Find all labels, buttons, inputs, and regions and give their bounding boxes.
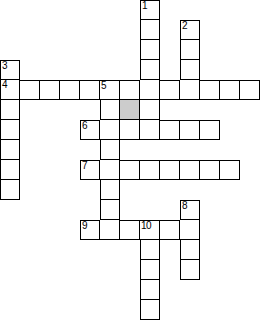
clue-number: 7: [82, 161, 87, 171]
clue-number: 2: [182, 21, 187, 31]
grid-cell[interactable]: 9: [80, 220, 100, 240]
grid-cell[interactable]: [80, 80, 100, 100]
grid-cell[interactable]: [160, 220, 180, 240]
grid-cell[interactable]: [60, 80, 80, 100]
clue-number: 6: [82, 121, 87, 131]
grid-cell[interactable]: [120, 160, 140, 180]
grid-cell[interactable]: 3: [0, 60, 20, 80]
grid-cell[interactable]: [180, 40, 200, 60]
clue-number: 9: [82, 221, 87, 231]
clue-number: 3: [2, 61, 7, 71]
grid-cell[interactable]: [0, 180, 20, 200]
grid-cell[interactable]: [220, 160, 240, 180]
grid-cell[interactable]: [180, 260, 200, 280]
grid-cell[interactable]: [140, 300, 160, 320]
grid-cell[interactable]: [140, 260, 160, 280]
grid-cell[interactable]: [200, 80, 220, 100]
grid-cell[interactable]: [120, 120, 140, 140]
grid-cell[interactable]: [160, 160, 180, 180]
grid-cell[interactable]: [0, 140, 20, 160]
shaded-cell[interactable]: [120, 100, 140, 120]
grid-cell[interactable]: 7: [80, 160, 100, 180]
grid-cell[interactable]: [140, 120, 160, 140]
grid-cell[interactable]: [140, 80, 160, 100]
grid-cell[interactable]: [200, 120, 220, 140]
grid-cell[interactable]: [180, 120, 200, 140]
grid-cell[interactable]: [140, 40, 160, 60]
grid-cell[interactable]: 10: [140, 220, 160, 240]
grid-cell[interactable]: [160, 80, 180, 100]
grid-cell[interactable]: [220, 80, 240, 100]
grid-cell[interactable]: [100, 220, 120, 240]
grid-cell[interactable]: [0, 160, 20, 180]
grid-cell[interactable]: [140, 280, 160, 300]
grid-cell[interactable]: [100, 120, 120, 140]
grid-cell[interactable]: [180, 240, 200, 260]
clue-number: 4: [2, 80, 7, 90]
grid-cell[interactable]: 5: [100, 80, 120, 100]
crossword-grid: 12345678910: [0, 0, 260, 320]
grid-cell[interactable]: [140, 20, 160, 40]
grid-cell[interactable]: [200, 160, 220, 180]
grid-cell[interactable]: [160, 120, 180, 140]
clue-number: 10: [141, 221, 151, 231]
grid-cell[interactable]: [120, 80, 140, 100]
grid-cell[interactable]: [0, 120, 20, 140]
grid-cell[interactable]: [100, 180, 120, 200]
grid-cell[interactable]: [140, 240, 160, 260]
grid-cell[interactable]: [40, 80, 60, 100]
grid-cell[interactable]: [140, 100, 160, 120]
grid-cell[interactable]: [100, 160, 120, 180]
clue-number: 8: [182, 201, 187, 211]
grid-cell[interactable]: [180, 60, 200, 80]
grid-cell[interactable]: [180, 220, 200, 240]
grid-cell[interactable]: [0, 100, 20, 120]
grid-cell[interactable]: 8: [180, 200, 200, 220]
grid-cell[interactable]: [100, 200, 120, 220]
grid-cell[interactable]: [100, 140, 120, 160]
grid-cell[interactable]: [140, 60, 160, 80]
grid-cell[interactable]: [180, 160, 200, 180]
grid-cell[interactable]: [240, 80, 260, 100]
grid-cell[interactable]: 6: [80, 120, 100, 140]
grid-cell[interactable]: 1: [140, 0, 160, 20]
grid-cell[interactable]: [140, 160, 160, 180]
grid-cell[interactable]: 2: [180, 20, 200, 40]
crossword-puzzle: 12345678910: [0, 0, 261, 321]
grid-cell[interactable]: [20, 80, 40, 100]
grid-cell[interactable]: [120, 220, 140, 240]
grid-cell[interactable]: 4: [0, 80, 20, 100]
clue-number: 1: [142, 1, 147, 11]
grid-cell[interactable]: [100, 100, 120, 120]
grid-cell[interactable]: [180, 80, 200, 100]
clue-number: 5: [101, 81, 106, 91]
